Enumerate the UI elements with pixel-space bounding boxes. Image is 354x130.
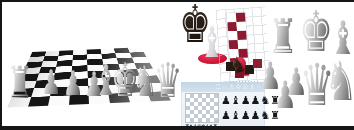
- chess-set-card: ♖♘♗♔♕♗♘♖ ♜♞♝♛♚♝♞♜ ♟♝♟♟♞♜ ♟♝♟♟♞♜: [181, 82, 265, 128]
- logo-knight-piece: ♞: [228, 52, 248, 78]
- board-square: [237, 31, 247, 40]
- queen-piece: ♛: [152, 56, 185, 104]
- board-square: [238, 40, 248, 49]
- pawn-piece: ♟: [272, 76, 298, 114]
- card-mini-board: [186, 94, 218, 122]
- board-square: [236, 13, 246, 22]
- knight-piece: ♞: [323, 55, 354, 109]
- pawn-piece: ♟: [61, 66, 84, 100]
- board-square: [214, 118, 218, 122]
- rook-piece: ♜: [5, 61, 35, 105]
- rook-piece: ♜: [267, 12, 300, 60]
- chess-collage-canvas: ♜ ♟ ♟ ♟ ♝ ♚ ♞ ♛ ♚ ♝ ♞ ♖♘♗♔♕♗♘♖ ♜♞♝♛♚♝♞♜ …: [0, 0, 354, 130]
- pawn-piece: ♟: [39, 65, 62, 99]
- card-mini-piece-row: ♜♞♝♛♚♝♞♜: [185, 124, 217, 129]
- board-square: [236, 22, 246, 31]
